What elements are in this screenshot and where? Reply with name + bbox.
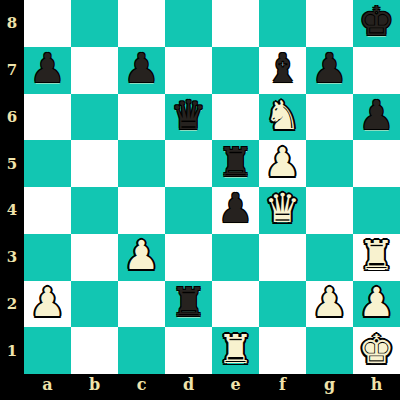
square-c6[interactable] [118, 94, 165, 141]
square-h1[interactable]: ♚ [353, 327, 400, 374]
rank-label-6: 6 [0, 94, 24, 141]
square-h6[interactable]: ♟ [353, 94, 400, 141]
square-b6[interactable] [71, 94, 118, 141]
square-h2[interactable]: ♟ [353, 281, 400, 328]
piece-wK-h1[interactable]: ♚ [359, 329, 395, 369]
square-b5[interactable] [71, 140, 118, 187]
square-c3[interactable]: ♟ [118, 234, 165, 281]
piece-bK-h8[interactable]: ♚ [359, 1, 395, 41]
square-d3[interactable] [165, 234, 212, 281]
rank-label-3: 3 [0, 234, 24, 281]
square-a4[interactable] [24, 187, 71, 234]
square-c2[interactable] [118, 281, 165, 328]
square-e8[interactable] [212, 0, 259, 47]
rank-label-7: 7 [0, 47, 24, 94]
square-e4[interactable]: ♟ [212, 187, 259, 234]
square-c1[interactable] [118, 327, 165, 374]
square-c5[interactable] [118, 140, 165, 187]
rank-labels: 87654321 [0, 0, 24, 374]
square-b3[interactable] [71, 234, 118, 281]
square-b2[interactable] [71, 281, 118, 328]
square-e5[interactable]: ♜ [212, 140, 259, 187]
piece-wR-h3[interactable]: ♜ [359, 235, 395, 275]
square-g3[interactable] [306, 234, 353, 281]
square-b7[interactable] [71, 47, 118, 94]
piece-bR-e5[interactable]: ♜ [218, 142, 254, 182]
rank-label-1: 1 [0, 327, 24, 374]
file-label-e: e [212, 374, 259, 400]
square-f5[interactable]: ♟ [259, 140, 306, 187]
square-d1[interactable] [165, 327, 212, 374]
piece-bP-e4[interactable]: ♟ [218, 188, 254, 228]
board: ♚♟♟♝♟♛♞♟♜♟♟♛♟♜♟♜♟♟♜♚ [24, 0, 400, 374]
square-a2[interactable]: ♟ [24, 281, 71, 328]
square-a7[interactable]: ♟ [24, 47, 71, 94]
square-h7[interactable] [353, 47, 400, 94]
rank-label-4: 4 [0, 187, 24, 234]
square-d2[interactable]: ♜ [165, 281, 212, 328]
square-f7[interactable]: ♝ [259, 47, 306, 94]
square-e7[interactable] [212, 47, 259, 94]
square-a1[interactable] [24, 327, 71, 374]
piece-bB-f7[interactable]: ♝ [265, 48, 301, 88]
square-a8[interactable] [24, 0, 71, 47]
square-g7[interactable]: ♟ [306, 47, 353, 94]
square-a5[interactable] [24, 140, 71, 187]
square-b8[interactable] [71, 0, 118, 47]
square-d6[interactable]: ♛ [165, 94, 212, 141]
piece-bP-c7[interactable]: ♟ [124, 48, 160, 88]
chess-diagram: 87654321 ♚♟♟♝♟♛♞♟♜♟♟♛♟♜♟♜♟♟♜♚ abcdefgh [0, 0, 400, 400]
square-g4[interactable] [306, 187, 353, 234]
square-f8[interactable] [259, 0, 306, 47]
square-f1[interactable] [259, 327, 306, 374]
piece-wP-c3[interactable]: ♟ [124, 235, 160, 275]
file-label-d: d [165, 374, 212, 400]
piece-wP-f5[interactable]: ♟ [265, 142, 301, 182]
square-h4[interactable] [353, 187, 400, 234]
square-c8[interactable] [118, 0, 165, 47]
piece-bP-h6[interactable]: ♟ [359, 95, 395, 135]
square-a6[interactable] [24, 94, 71, 141]
square-b4[interactable] [71, 187, 118, 234]
piece-bP-a7[interactable]: ♟ [30, 48, 66, 88]
piece-wP-h2[interactable]: ♟ [359, 282, 395, 322]
square-c4[interactable] [118, 187, 165, 234]
square-h8[interactable]: ♚ [353, 0, 400, 47]
rank-label-8: 8 [0, 0, 24, 47]
file-label-f: f [259, 374, 306, 400]
square-e6[interactable] [212, 94, 259, 141]
piece-wP-g2[interactable]: ♟ [312, 282, 348, 322]
square-d8[interactable] [165, 0, 212, 47]
square-h5[interactable] [353, 140, 400, 187]
square-f6[interactable]: ♞ [259, 94, 306, 141]
square-d4[interactable] [165, 187, 212, 234]
file-label-h: h [353, 374, 400, 400]
square-f2[interactable] [259, 281, 306, 328]
rank-label-5: 5 [0, 140, 24, 187]
square-e1[interactable]: ♜ [212, 327, 259, 374]
square-g6[interactable] [306, 94, 353, 141]
square-f4[interactable]: ♛ [259, 187, 306, 234]
square-g5[interactable] [306, 140, 353, 187]
piece-bQ-d6[interactable]: ♛ [171, 95, 207, 135]
piece-wN-f6[interactable]: ♞ [265, 95, 301, 135]
square-g2[interactable]: ♟ [306, 281, 353, 328]
square-a3[interactable] [24, 234, 71, 281]
square-c7[interactable]: ♟ [118, 47, 165, 94]
rank-label-2: 2 [0, 281, 24, 328]
square-f3[interactable] [259, 234, 306, 281]
file-labels: abcdefgh [24, 374, 400, 400]
square-g8[interactable] [306, 0, 353, 47]
square-e2[interactable] [212, 281, 259, 328]
square-b1[interactable] [71, 327, 118, 374]
square-g1[interactable] [306, 327, 353, 374]
file-label-g: g [306, 374, 353, 400]
square-d5[interactable] [165, 140, 212, 187]
piece-wQ-f4[interactable]: ♛ [265, 188, 301, 228]
file-label-c: c [118, 374, 165, 400]
piece-wP-a2[interactable]: ♟ [30, 282, 66, 322]
file-label-a: a [24, 374, 71, 400]
square-e3[interactable] [212, 234, 259, 281]
piece-bR-d2[interactable]: ♜ [171, 282, 207, 322]
square-d7[interactable] [165, 47, 212, 94]
square-h3[interactable]: ♜ [353, 234, 400, 281]
piece-bP-g7[interactable]: ♟ [312, 48, 348, 88]
piece-wR-e1[interactable]: ♜ [218, 329, 254, 369]
file-label-b: b [71, 374, 118, 400]
